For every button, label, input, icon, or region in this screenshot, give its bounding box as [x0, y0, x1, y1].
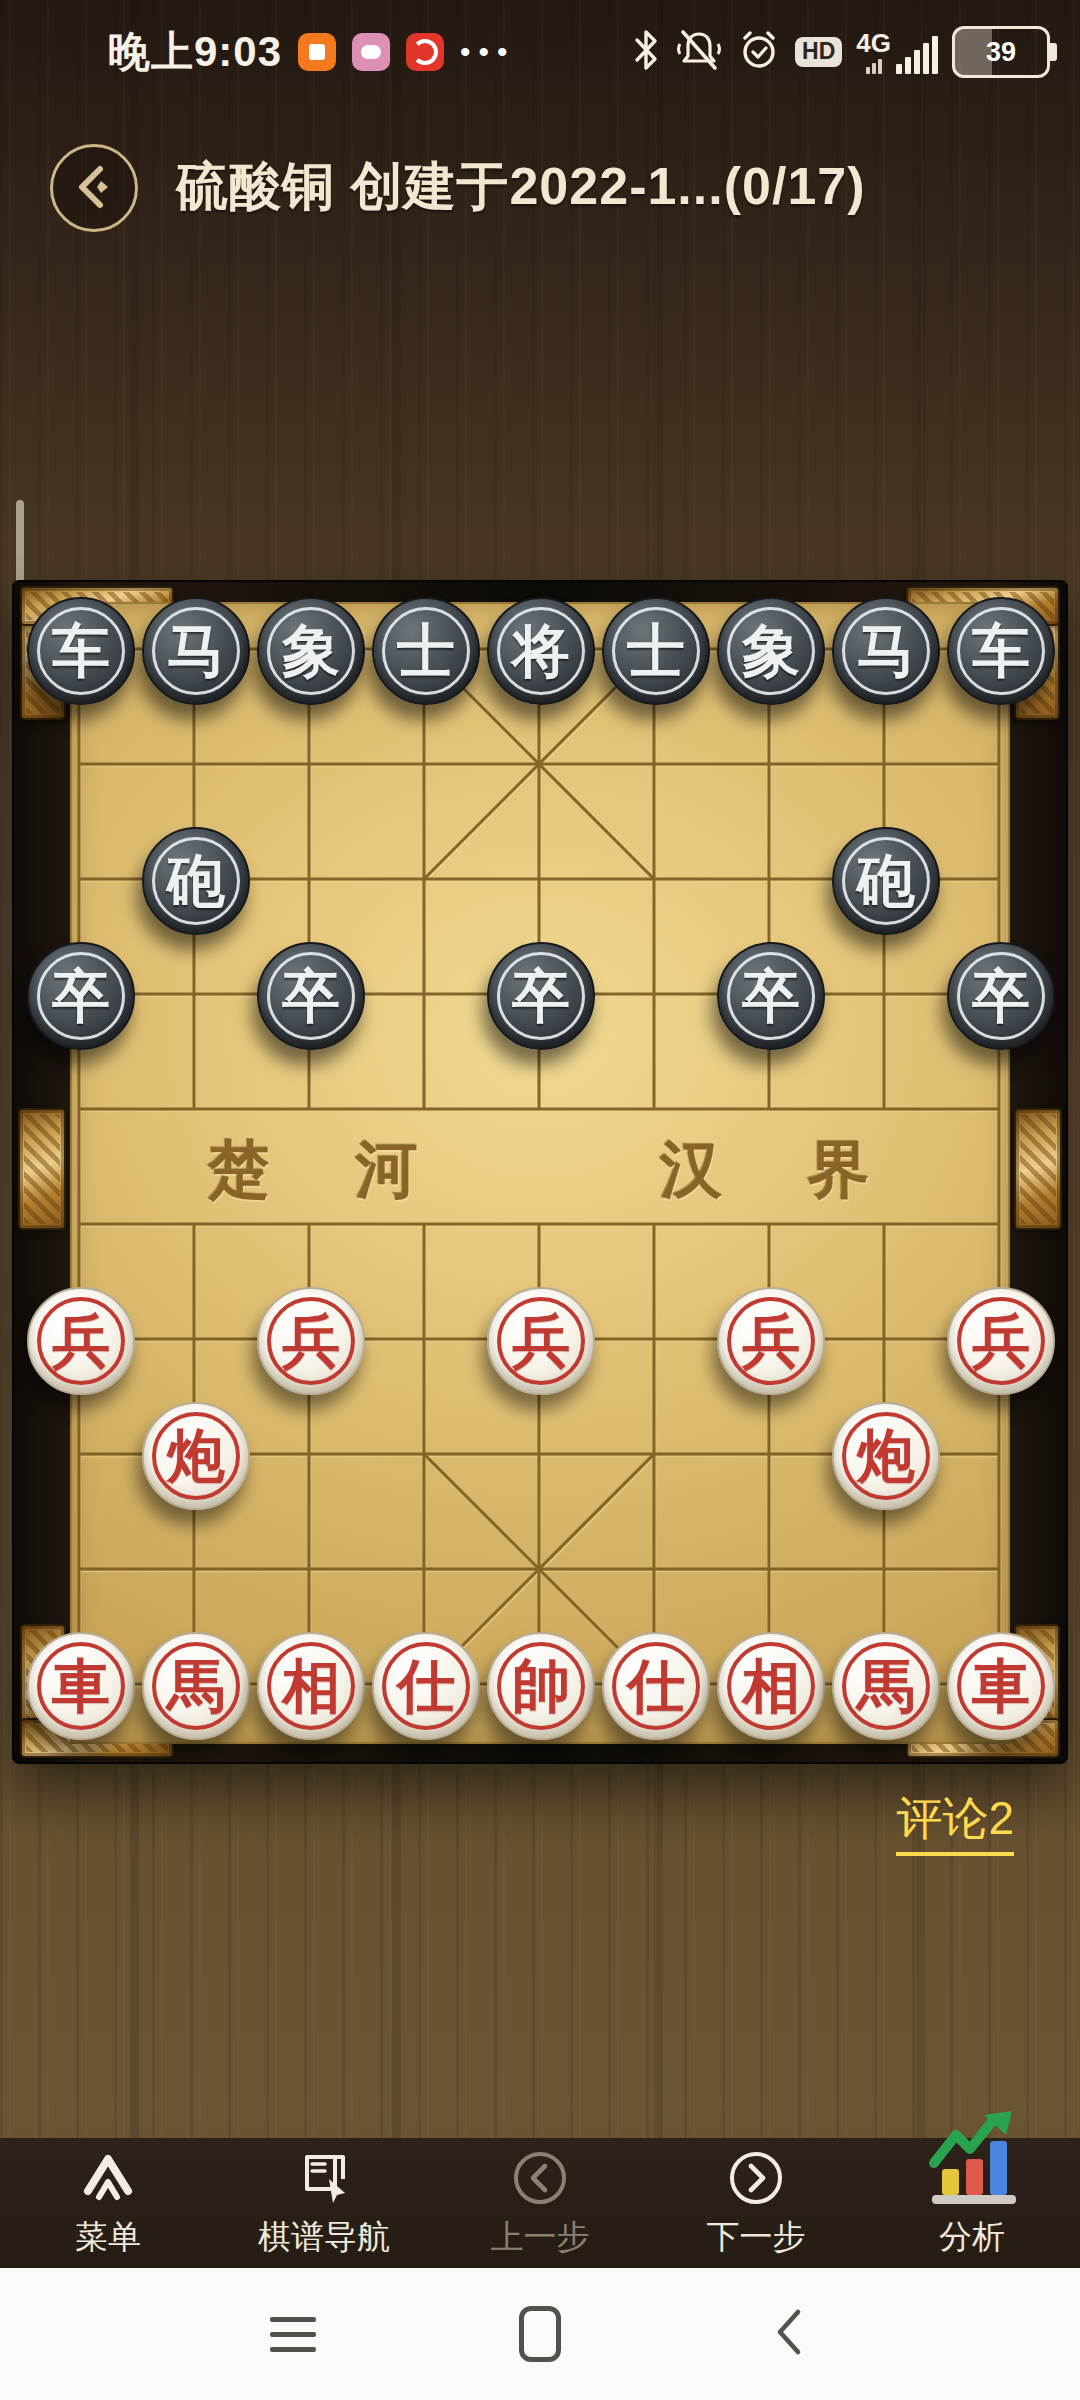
- piece-red-仕[interactable]: 仕: [602, 1632, 710, 1740]
- piece-glyph: 象: [282, 622, 340, 680]
- piece-red-兵[interactable]: 兵: [947, 1287, 1055, 1395]
- mute-icon: [675, 28, 723, 76]
- piece-glyph: 象: [742, 622, 800, 680]
- piece-glyph: 兵: [742, 1312, 800, 1370]
- piece-black-象[interactable]: 象: [717, 597, 825, 705]
- recents-button[interactable]: [233, 2268, 353, 2400]
- piece-black-卒[interactable]: 卒: [947, 942, 1055, 1050]
- piece-glyph: 车: [52, 622, 110, 680]
- piece-glyph: 士: [397, 622, 455, 680]
- alarm-icon: [737, 28, 781, 76]
- battery-percent: 39: [986, 37, 1016, 68]
- piece-glyph: 相: [742, 1657, 800, 1715]
- piece-glyph: 馬: [167, 1657, 225, 1715]
- piece-black-卒[interactable]: 卒: [257, 942, 365, 1050]
- piece-glyph: 炮: [167, 1427, 225, 1485]
- piece-glyph: 砲: [857, 852, 915, 910]
- piece-red-相[interactable]: 相: [717, 1632, 825, 1740]
- android-nav-bar: [0, 2268, 1080, 2400]
- piece-red-炮[interactable]: 炮: [832, 1402, 940, 1510]
- piece-glyph: 卒: [742, 967, 800, 1025]
- piece-glyph: 马: [167, 622, 225, 680]
- piece-black-卒[interactable]: 卒: [487, 942, 595, 1050]
- toolbar-label: 下一步: [707, 2215, 806, 2260]
- piece-red-車[interactable]: 車: [27, 1632, 135, 1740]
- piece-black-象[interactable]: 象: [257, 597, 365, 705]
- piece-red-車[interactable]: 車: [947, 1632, 1055, 1740]
- hd-badge: HD: [795, 37, 842, 66]
- piece-layer: 车马象士将士象马车砲砲卒卒卒卒卒兵兵兵兵兵炮炮車馬相仕帥仕相馬車: [12, 580, 1068, 1764]
- home-button[interactable]: [480, 2268, 600, 2400]
- back-button[interactable]: [50, 144, 138, 232]
- piece-glyph: 砲: [167, 852, 225, 910]
- piece-red-兵[interactable]: 兵: [257, 1287, 365, 1395]
- piece-red-炮[interactable]: 炮: [142, 1402, 250, 1510]
- piece-red-馬[interactable]: 馬: [142, 1632, 250, 1740]
- piece-glyph: 兵: [282, 1312, 340, 1370]
- piece-glyph: 車: [972, 1657, 1030, 1715]
- piece-black-马[interactable]: 马: [832, 597, 940, 705]
- sim1-signal-icon: [896, 36, 938, 74]
- back-chevron-icon: [770, 2306, 806, 2362]
- scroll-indicator: [16, 500, 24, 584]
- piece-red-兵[interactable]: 兵: [27, 1287, 135, 1395]
- toolbar-tab-menu[interactable]: 菜单: [0, 2138, 216, 2268]
- recents-icon: [270, 2317, 316, 2352]
- piece-red-相[interactable]: 相: [257, 1632, 365, 1740]
- analysis-chart-icon: [920, 2111, 1024, 2211]
- piece-black-砲[interactable]: 砲: [142, 827, 250, 935]
- toolbar-tab-game-record-nav[interactable]: 棋谱导航: [216, 2138, 432, 2268]
- piece-red-馬[interactable]: 馬: [832, 1632, 940, 1740]
- title-bar: 硫酸铜 创建于2022-1...(0/17): [0, 138, 1080, 248]
- toolbar-label: 上一步: [491, 2215, 590, 2260]
- screen: 晚上9:03 •••: [0, 0, 1080, 2400]
- toolbar-label: 分析: [939, 2215, 1005, 2260]
- piece-black-马[interactable]: 马: [142, 597, 250, 705]
- toolbar-tab-previous-move[interactable]: 上一步: [432, 2138, 648, 2268]
- more-notifications-icon: •••: [460, 35, 516, 69]
- piece-glyph: 卒: [972, 967, 1030, 1025]
- network-type-label: 4G: [856, 30, 891, 56]
- piece-black-车[interactable]: 车: [27, 597, 135, 705]
- clock: 晚上9:03: [108, 24, 282, 80]
- piece-glyph: 将: [512, 622, 570, 680]
- piece-black-砲[interactable]: 砲: [832, 827, 940, 935]
- piece-glyph: 卒: [52, 967, 110, 1025]
- piece-glyph: 士: [627, 622, 685, 680]
- sim2-signal-icon: [866, 59, 882, 74]
- status-right-group: HD 4G 39: [631, 26, 1050, 78]
- piece-red-兵[interactable]: 兵: [717, 1287, 825, 1395]
- piece-glyph: 馬: [857, 1657, 915, 1715]
- piece-black-将[interactable]: 将: [487, 597, 595, 705]
- battery-indicator: 39: [952, 26, 1050, 78]
- toolbar-tab-next-move[interactable]: 下一步: [648, 2138, 864, 2268]
- piece-black-卒[interactable]: 卒: [27, 942, 135, 1050]
- piece-glyph: 马: [857, 622, 915, 680]
- battery-nub: [1050, 43, 1057, 61]
- page-title: 硫酸铜 创建于2022-1...(0/17): [176, 152, 866, 222]
- piece-glyph: 车: [972, 622, 1030, 680]
- comments-link[interactable]: 评论2: [896, 1788, 1014, 1856]
- signal-bars-icon: 4G: [856, 30, 938, 74]
- bottom-toolbar: 菜单 棋谱导航 上一步: [0, 2138, 1080, 2268]
- piece-glyph: 兵: [512, 1312, 570, 1370]
- bluetooth-icon: [631, 28, 661, 76]
- back-nav-button[interactable]: [728, 2268, 848, 2400]
- piece-red-仕[interactable]: 仕: [372, 1632, 480, 1740]
- home-icon: [519, 2306, 561, 2362]
- piece-black-车[interactable]: 车: [947, 597, 1055, 705]
- piece-black-士[interactable]: 士: [372, 597, 480, 705]
- piece-red-帥[interactable]: 帥: [487, 1632, 595, 1740]
- notification-app-icon-2: [352, 33, 390, 71]
- piece-black-士[interactable]: 士: [602, 597, 710, 705]
- toolbar-tab-analysis[interactable]: 分析: [864, 2138, 1080, 2268]
- piece-glyph: 卒: [512, 967, 570, 1025]
- piece-glyph: 炮: [857, 1427, 915, 1485]
- piece-glyph: 相: [282, 1657, 340, 1715]
- piece-glyph: 卒: [282, 967, 340, 1025]
- piece-glyph: 兵: [52, 1312, 110, 1370]
- notification-app-icon-1: [298, 33, 336, 71]
- piece-glyph: 仕: [627, 1657, 685, 1715]
- toolbar-label: 棋谱导航: [258, 2215, 390, 2260]
- prev-circle-icon: [511, 2145, 569, 2211]
- menu-up-icon: [80, 2145, 136, 2211]
- book-nav-icon: [295, 2145, 353, 2211]
- back-arrow-icon: [68, 161, 120, 216]
- toolbar-label: 菜单: [75, 2215, 141, 2260]
- status-left-group: 晚上9:03 •••: [108, 24, 516, 80]
- piece-glyph: 仕: [397, 1657, 455, 1715]
- status-bar: 晚上9:03 •••: [0, 0, 1080, 96]
- xiangqi-board[interactable]: 楚 河 汉 界 车马象士将士象马车砲砲卒卒卒卒卒兵兵兵兵兵炮炮車馬相仕帥仕相馬車: [12, 580, 1068, 1764]
- piece-black-卒[interactable]: 卒: [717, 942, 825, 1050]
- piece-red-兵[interactable]: 兵: [487, 1287, 595, 1395]
- piece-glyph: 車: [52, 1657, 110, 1715]
- piece-glyph: 帥: [512, 1657, 570, 1715]
- piece-glyph: 兵: [972, 1312, 1030, 1370]
- notification-app-icon-3: [406, 33, 444, 71]
- next-circle-icon: [727, 2145, 785, 2211]
